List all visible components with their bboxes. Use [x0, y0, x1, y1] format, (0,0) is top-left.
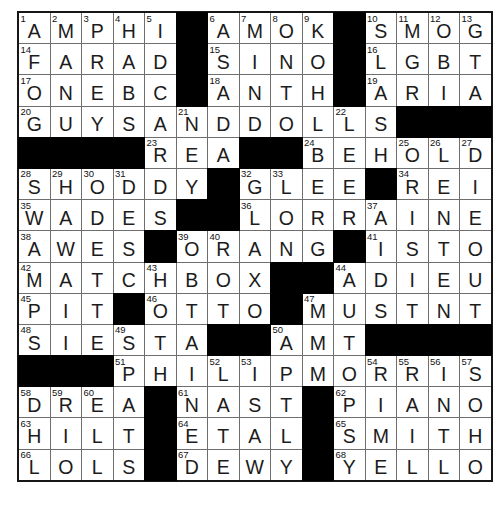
cell-r2c3[interactable]: R: [82, 44, 113, 74]
clue-number-50: 50: [273, 325, 284, 335]
cell-letter: S: [122, 334, 135, 356]
cell-letter: A: [28, 240, 41, 262]
cell-letter: D: [185, 458, 199, 480]
cell-letter: H: [27, 427, 41, 449]
cell-r13c8[interactable]: S: [240, 387, 271, 417]
cell-letter: A: [122, 396, 135, 418]
cell-r12c13[interactable]: 55R: [397, 356, 428, 386]
cell-r13c2[interactable]: 59R: [51, 387, 82, 417]
cell-r5c6[interactable]: E: [177, 138, 208, 168]
cell-letter: T: [217, 302, 229, 324]
block-cell-r6c12: [366, 169, 397, 199]
cell-r2c15[interactable]: T: [460, 44, 491, 74]
cell-r13c13[interactable]: A: [397, 387, 428, 417]
cell-r11c2[interactable]: I: [51, 325, 82, 355]
cell-r8c4[interactable]: S: [114, 231, 145, 261]
cell-r4c1[interactable]: 20G: [19, 107, 50, 137]
cell-r10c3[interactable]: T: [82, 294, 113, 324]
cell-r10c12[interactable]: S: [366, 294, 397, 324]
cell-letter: O: [279, 115, 294, 137]
cell-r12c15[interactable]: 57S: [460, 356, 491, 386]
cell-r1c4[interactable]: 4H: [114, 13, 145, 43]
cell-r3c8[interactable]: N: [240, 75, 271, 105]
cell-letter: R: [90, 53, 104, 75]
cell-letter: L: [438, 146, 449, 168]
cell-r13c3[interactable]: 60E: [82, 387, 113, 417]
cell-r15c6[interactable]: 67D: [177, 450, 208, 480]
cell-letter: N: [185, 396, 199, 418]
cell-r9c5[interactable]: 43H: [145, 263, 176, 293]
cell-r6c2[interactable]: 29H: [51, 169, 82, 199]
cell-r8c10[interactable]: G: [303, 231, 334, 261]
cell-r12c12[interactable]: 54R: [366, 356, 397, 386]
cell-r15c15[interactable]: O: [460, 450, 491, 480]
cell-r4c10[interactable]: L: [303, 107, 334, 137]
cell-letter: R: [374, 365, 388, 387]
cell-letter: W: [25, 209, 43, 231]
cell-r14c7[interactable]: T: [208, 418, 239, 448]
clue-number-31: 31: [115, 169, 126, 179]
cell-letter: O: [247, 302, 262, 324]
cell-r2c5[interactable]: D: [145, 44, 176, 74]
clue-number-44: 44: [336, 263, 347, 273]
cell-letter: T: [469, 53, 481, 75]
cell-r8c3[interactable]: E: [82, 231, 113, 261]
cell-r1c7[interactable]: 6A: [208, 13, 239, 43]
cell-r9c6[interactable]: B: [177, 263, 208, 293]
cell-r14c2[interactable]: I: [51, 418, 82, 448]
block-cell-r11c8: [240, 325, 271, 355]
cell-r10c7[interactable]: T: [208, 294, 239, 324]
cell-r4c7[interactable]: D: [208, 107, 239, 137]
cell-letter: M: [310, 334, 326, 356]
cell-r2c14[interactable]: B: [429, 44, 460, 74]
cell-r3c10[interactable]: H: [303, 75, 334, 105]
cell-r3c5[interactable]: C: [145, 75, 176, 105]
cell-r14c12[interactable]: M: [366, 418, 397, 448]
cell-r15c14[interactable]: L: [429, 450, 460, 480]
cell-letter: L: [407, 458, 418, 480]
cell-r1c12[interactable]: 10S: [366, 13, 397, 43]
clue-number-29: 29: [52, 169, 63, 179]
cell-r2c9[interactable]: N: [271, 44, 302, 74]
cell-r5c5[interactable]: 23R: [145, 138, 176, 168]
cell-r3c14[interactable]: I: [429, 75, 460, 105]
cell-r9c14[interactable]: E: [429, 263, 460, 293]
cell-r2c12[interactable]: 16L: [366, 44, 397, 74]
cell-r4c12[interactable]: S: [366, 107, 397, 137]
cell-r1c2[interactable]: 2M: [51, 13, 82, 43]
cell-r8c6[interactable]: 39O: [177, 231, 208, 261]
cell-r1c14[interactable]: 12O: [429, 13, 460, 43]
cell-letter: I: [189, 365, 194, 387]
block-cell-r9c9: [271, 263, 302, 293]
cell-r7c3[interactable]: D: [82, 200, 113, 230]
cell-r10c2[interactable]: I: [51, 294, 82, 324]
cell-r13c7[interactable]: A: [208, 387, 239, 417]
block-cell-r1c11: [334, 13, 365, 43]
cell-r13c4[interactable]: A: [114, 387, 145, 417]
cell-r10c15[interactable]: T: [460, 294, 491, 324]
clue-number-27: 27: [462, 138, 473, 148]
cell-r1c5[interactable]: 5I: [145, 13, 176, 43]
cell-letter: D: [248, 115, 262, 137]
block-cell-r5c8: [240, 138, 271, 168]
clue-number-65: 65: [336, 419, 347, 429]
cell-letter: P: [343, 396, 356, 418]
clue-number-16: 16: [367, 45, 378, 55]
cell-r4c6[interactable]: 21N: [177, 107, 208, 137]
cell-r7c10[interactable]: R: [303, 200, 334, 230]
cell-r5c13[interactable]: 25O: [397, 138, 428, 168]
cell-r9c13[interactable]: I: [397, 263, 428, 293]
cell-letter: T: [280, 84, 292, 106]
cell-r8c12[interactable]: 41I: [366, 231, 397, 261]
cell-r12c8[interactable]: 53I: [240, 356, 271, 386]
cell-r6c9[interactable]: 33L: [271, 169, 302, 199]
cell-r2c2[interactable]: A: [51, 44, 82, 74]
cell-r3c15[interactable]: A: [460, 75, 491, 105]
clue-number-60: 60: [84, 388, 95, 398]
cell-letter: X: [248, 271, 261, 293]
cell-letter: S: [122, 458, 135, 480]
block-cell-r11c12: [366, 325, 397, 355]
cell-r5c14[interactable]: 26L: [429, 138, 460, 168]
cell-r6c3[interactable]: 30O: [82, 169, 113, 199]
cell-r11c5[interactable]: T: [145, 325, 176, 355]
cell-r6c13[interactable]: 34R: [397, 169, 428, 199]
cell-r4c3[interactable]: Y: [82, 107, 113, 137]
cell-letter: D: [374, 271, 388, 293]
block-cell-r10c4: [114, 294, 145, 324]
cell-r7c14[interactable]: N: [429, 200, 460, 230]
clue-number-52: 52: [210, 357, 221, 367]
cell-r8c9[interactable]: N: [271, 231, 302, 261]
cell-r14c9[interactable]: L: [271, 418, 302, 448]
cell-r5c15[interactable]: 27D: [460, 138, 491, 168]
cell-r3c7[interactable]: 18A: [208, 75, 239, 105]
cell-letter: M: [26, 271, 42, 293]
cell-r2c1[interactable]: 14F: [19, 44, 50, 74]
cell-r7c13[interactable]: I: [397, 200, 428, 230]
cell-r1c1[interactable]: 1A: [19, 13, 50, 43]
block-cell-r9c10: [303, 263, 334, 293]
cell-r15c12[interactable]: E: [366, 450, 397, 480]
cell-r10c5[interactable]: 46O: [145, 294, 176, 324]
cell-r12c10[interactable]: M: [303, 356, 334, 386]
cell-letter: B: [185, 271, 198, 293]
clue-number-67: 67: [178, 450, 189, 460]
cell-r11c6[interactable]: A: [177, 325, 208, 355]
cell-letter: S: [343, 427, 356, 449]
cell-r6c10[interactable]: E: [303, 169, 334, 199]
cell-r8c8[interactable]: A: [240, 231, 271, 261]
cell-letter: E: [343, 146, 356, 168]
cell-r14c4[interactable]: T: [114, 418, 145, 448]
cell-letter: A: [469, 84, 482, 106]
cell-r1c8[interactable]: 7M: [240, 13, 271, 43]
cell-r12c6[interactable]: I: [177, 356, 208, 386]
cell-r10c1[interactable]: 45P: [19, 294, 50, 324]
cell-r12c5[interactable]: H: [145, 356, 176, 386]
cell-r6c14[interactable]: E: [429, 169, 460, 199]
block-cell-r10c9: [271, 294, 302, 324]
cell-r2c10[interactable]: O: [303, 44, 334, 74]
cell-r6c1[interactable]: 28S: [19, 169, 50, 199]
cell-letter: O: [90, 178, 105, 200]
cell-r2c8[interactable]: I: [240, 44, 271, 74]
cell-letter: N: [437, 396, 451, 418]
cell-letter: O: [405, 146, 420, 168]
cell-r4c4[interactable]: S: [114, 107, 145, 137]
cell-r4c9[interactable]: O: [271, 107, 302, 137]
cell-r13c1[interactable]: 58D: [19, 387, 50, 417]
cell-r14c6[interactable]: 64E: [177, 418, 208, 448]
cell-r15c8[interactable]: W: [240, 450, 271, 480]
cell-letter: G: [405, 53, 420, 75]
cell-r4c8[interactable]: D: [240, 107, 271, 137]
cell-r6c6[interactable]: Y: [177, 169, 208, 199]
cell-letter: P: [91, 22, 104, 44]
cell-r3c9[interactable]: T: [271, 75, 302, 105]
cell-r10c11[interactable]: U: [334, 294, 365, 324]
cell-r2c7[interactable]: 15S: [208, 44, 239, 74]
clue-number-54: 54: [367, 357, 378, 367]
clue-number-46: 46: [147, 294, 158, 304]
cell-letter: A: [217, 22, 230, 44]
cell-r7c9[interactable]: O: [271, 200, 302, 230]
block-cell-r1c6: [177, 13, 208, 43]
cell-r7c12[interactable]: 37A: [366, 200, 397, 230]
cell-letter: G: [310, 240, 325, 262]
cell-letter: D: [90, 209, 104, 231]
cell-r4c5[interactable]: A: [145, 107, 176, 137]
cell-letter: O: [468, 396, 483, 418]
cell-r12c14[interactable]: 56I: [429, 356, 460, 386]
cell-r6c8[interactable]: 32G: [240, 169, 271, 199]
cell-r11c10[interactable]: M: [303, 325, 334, 355]
cell-letter: B: [437, 53, 450, 75]
clue-number-4: 4: [115, 14, 120, 24]
cell-r15c4[interactable]: S: [114, 450, 145, 480]
cell-letter: A: [28, 22, 41, 44]
cell-letter: T: [406, 302, 418, 324]
cell-r8c7[interactable]: 40R: [208, 231, 239, 261]
cell-r11c1[interactable]: 48S: [19, 325, 50, 355]
cell-r8c1[interactable]: 38A: [19, 231, 50, 261]
cell-r10c13[interactable]: T: [397, 294, 428, 324]
cell-r11c11[interactable]: T: [334, 325, 365, 355]
cell-r14c8[interactable]: A: [240, 418, 271, 448]
cell-r5c10[interactable]: 24B: [303, 138, 334, 168]
cell-letter: O: [342, 365, 357, 387]
cell-letter: O: [468, 240, 483, 262]
cell-r15c13[interactable]: L: [397, 450, 428, 480]
cell-r6c4[interactable]: 31D: [114, 169, 145, 199]
cell-letter: T: [469, 302, 481, 324]
cell-letter: I: [158, 22, 163, 44]
cell-r13c15[interactable]: O: [460, 387, 491, 417]
cell-r9c12[interactable]: D: [366, 263, 397, 293]
cell-r3c1[interactable]: 17O: [19, 75, 50, 105]
clue-number-64: 64: [178, 419, 189, 429]
cell-r15c9[interactable]: Y: [271, 450, 302, 480]
block-cell-r7c6: [177, 200, 208, 230]
cell-r6c5[interactable]: D: [145, 169, 176, 199]
cell-r6c11[interactable]: E: [334, 169, 365, 199]
block-cell-r12c3: [82, 356, 113, 386]
cell-r11c3[interactable]: E: [82, 325, 113, 355]
cell-r1c9[interactable]: 8O: [271, 13, 302, 43]
cell-r4c2[interactable]: U: [51, 107, 82, 137]
cell-letter: M: [247, 22, 263, 44]
cell-letter: M: [373, 427, 389, 449]
cell-letter: W: [246, 458, 264, 480]
clue-number-11: 11: [399, 14, 409, 24]
cell-r14c1[interactable]: 63H: [19, 418, 50, 448]
cell-r13c14[interactable]: N: [429, 387, 460, 417]
cell-letter: C: [122, 271, 136, 293]
clue-number-22: 22: [336, 107, 347, 117]
cell-r10c14[interactable]: N: [429, 294, 460, 324]
cell-r7c4[interactable]: E: [114, 200, 145, 230]
cell-r8c13[interactable]: S: [397, 231, 428, 261]
cell-r12c11[interactable]: O: [334, 356, 365, 386]
cell-r9c1[interactable]: 42M: [19, 263, 50, 293]
cell-r3c12[interactable]: 19A: [366, 75, 397, 105]
cell-letter: R: [216, 240, 230, 262]
clue-number-47: 47: [304, 294, 315, 304]
cell-r14c14[interactable]: T: [429, 418, 460, 448]
cell-r13c12[interactable]: I: [366, 387, 397, 417]
cell-r9c11[interactable]: 44A: [334, 263, 365, 293]
cell-letter: F: [28, 53, 40, 75]
cell-r9c3[interactable]: T: [82, 263, 113, 293]
cell-r4c11[interactable]: 22L: [334, 107, 365, 137]
block-cell-r5c4: [114, 138, 145, 168]
cell-r3c2[interactable]: N: [51, 75, 82, 105]
cell-r1c15[interactable]: 13G: [460, 13, 491, 43]
cell-r9c4[interactable]: C: [114, 263, 145, 293]
cell-letter: L: [92, 427, 103, 449]
cell-letter: E: [185, 146, 198, 168]
cell-r14c15[interactable]: H: [460, 418, 491, 448]
clue-number-14: 14: [21, 45, 32, 55]
cell-letter: U: [59, 115, 73, 137]
cell-letter: L: [312, 115, 323, 137]
cell-r10c6[interactable]: T: [177, 294, 208, 324]
clue-number-1: 1: [21, 14, 26, 24]
cell-r8c2[interactable]: W: [51, 231, 82, 261]
clue-number-34: 34: [399, 169, 410, 179]
cell-letter: O: [279, 209, 294, 231]
cell-r14c11[interactable]: 65S: [334, 418, 365, 448]
cell-letter: A: [59, 271, 72, 293]
cell-letter: R: [405, 84, 419, 106]
cell-letter: T: [438, 240, 450, 262]
clue-number-42: 42: [21, 263, 32, 273]
cell-r14c13[interactable]: I: [397, 418, 428, 448]
cell-letter: O: [184, 240, 199, 262]
cell-r9c7[interactable]: O: [208, 263, 239, 293]
cell-letter: S: [217, 53, 230, 75]
cell-letter: D: [153, 178, 167, 200]
cell-letter: L: [92, 458, 103, 480]
cell-letter: I: [410, 427, 415, 449]
cell-r7c1[interactable]: 35W: [19, 200, 50, 230]
cell-r1c10[interactable]: 9K: [303, 13, 334, 43]
cell-r15c3[interactable]: L: [82, 450, 113, 480]
cell-r8c15[interactable]: O: [460, 231, 491, 261]
cell-letter: D: [122, 178, 136, 200]
cell-r13c9[interactable]: T: [271, 387, 302, 417]
block-cell-r3c11: [334, 75, 365, 105]
block-cell-r11c7: [208, 325, 239, 355]
cell-r1c3[interactable]: 3P: [82, 13, 113, 43]
cell-r7c2[interactable]: A: [51, 200, 82, 230]
cell-letter: G: [468, 22, 483, 44]
cell-r2c4[interactable]: A: [114, 44, 145, 74]
cell-r11c4[interactable]: 49S: [114, 325, 145, 355]
cell-r12c7[interactable]: 52L: [208, 356, 239, 386]
crossword-page: 1A2M3P4H5I6A7M8O9K10S11M12O13G14FARAD15S…: [0, 0, 500, 506]
cell-r15c1[interactable]: 66L: [19, 450, 50, 480]
cell-letter: E: [437, 271, 450, 293]
cell-r12c4[interactable]: 51P: [114, 356, 145, 386]
cell-r7c8[interactable]: 36L: [240, 200, 271, 230]
cell-r13c11[interactable]: 62P: [334, 387, 365, 417]
cell-r15c2[interactable]: O: [51, 450, 82, 480]
cell-r10c10[interactable]: 47M: [303, 294, 334, 324]
block-cell-r15c5: [145, 450, 176, 480]
cell-letter: L: [375, 53, 386, 75]
cell-r7c11[interactable]: R: [334, 200, 365, 230]
clue-number-48: 48: [21, 325, 32, 335]
cell-r12c9[interactable]: P: [271, 356, 302, 386]
cell-r13c6[interactable]: 61N: [177, 387, 208, 417]
cell-r15c7[interactable]: E: [208, 450, 239, 480]
cell-r5c7[interactable]: A: [208, 138, 239, 168]
cell-r15c11[interactable]: 68Y: [334, 450, 365, 480]
cell-r11c9[interactable]: 50A: [271, 325, 302, 355]
cell-r9c15[interactable]: U: [460, 263, 491, 293]
cell-r3c13[interactable]: R: [397, 75, 428, 105]
clue-number-17: 17: [21, 76, 32, 86]
block-cell-r6c7: [208, 169, 239, 199]
cell-r3c3[interactable]: E: [82, 75, 113, 105]
cell-r7c15[interactable]: E: [460, 200, 491, 230]
cell-letter: S: [374, 22, 387, 44]
cell-r7c5[interactable]: S: [145, 200, 176, 230]
clue-number-53: 53: [241, 357, 252, 367]
cell-r2c13[interactable]: G: [397, 44, 428, 74]
cell-r8c14[interactable]: T: [429, 231, 460, 261]
cell-letter: O: [310, 53, 325, 75]
cell-r5c11[interactable]: E: [334, 138, 365, 168]
cell-r10c8[interactable]: O: [240, 294, 271, 324]
cell-r6c15[interactable]: I: [460, 169, 491, 199]
cell-letter: O: [58, 458, 73, 480]
cell-letter: D: [27, 396, 41, 418]
cell-r3c4[interactable]: B: [114, 75, 145, 105]
cell-r9c8[interactable]: X: [240, 263, 271, 293]
cell-r9c2[interactable]: A: [51, 263, 82, 293]
cell-r14c3[interactable]: L: [82, 418, 113, 448]
cell-r5c12[interactable]: H: [366, 138, 397, 168]
cell-letter: N: [59, 84, 73, 106]
cell-r1c13[interactable]: 11M: [397, 13, 428, 43]
clue-number-39: 39: [178, 232, 189, 242]
